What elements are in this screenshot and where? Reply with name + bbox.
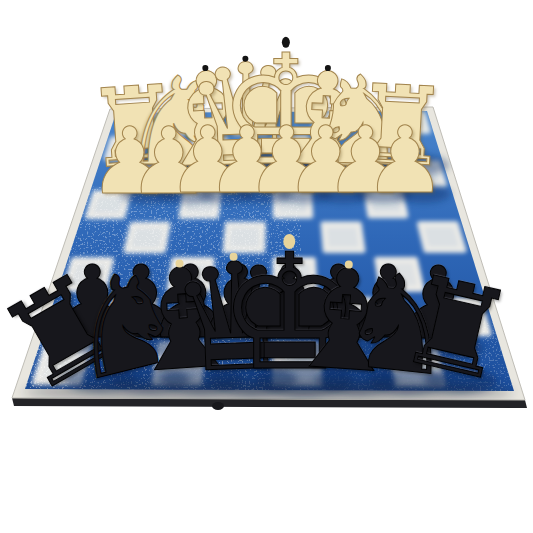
light-square (275, 260, 314, 289)
light-square (323, 224, 362, 250)
chess-board (0, 0, 533, 533)
piece-shadow (395, 185, 450, 203)
light-square (155, 115, 188, 132)
board-foot (212, 402, 224, 410)
light-square (235, 115, 265, 132)
light-square (420, 224, 464, 250)
light-square (107, 139, 143, 158)
chess-set-photo: ♜♞♝♛♚♝♞♜♟♟♟♟♟♟♟♟♟♟♟♟♟♟♟♟♜♞♝♛♚♝♞♜ (0, 0, 533, 533)
piece-shadow (384, 154, 449, 176)
light-square (377, 260, 421, 289)
light-square (315, 114, 347, 131)
light-square (394, 114, 428, 131)
piece-shadow (423, 339, 483, 359)
